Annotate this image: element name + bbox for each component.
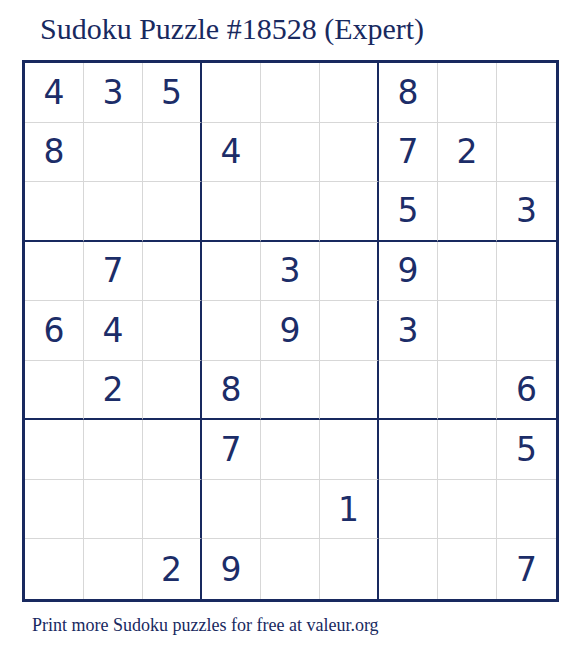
sudoku-cell-r1c9 xyxy=(497,63,556,123)
sudoku-cell-r4c3 xyxy=(143,242,202,302)
sudoku-cell-r5c7: 3 xyxy=(379,301,438,361)
sudoku-cell-r4c9 xyxy=(497,242,556,302)
sudoku-cell-r7c6 xyxy=(320,420,379,480)
sudoku-cell-r8c7 xyxy=(379,480,438,540)
sudoku-cell-r3c1 xyxy=(25,182,84,242)
sudoku-cell-r4c6 xyxy=(320,242,379,302)
sudoku-cell-r8c9 xyxy=(497,480,556,540)
sudoku-cell-r2c2 xyxy=(84,123,143,183)
sudoku-cell-r8c4 xyxy=(202,480,261,540)
given-digit: 7 xyxy=(103,254,124,287)
given-digit: 1 xyxy=(338,493,359,526)
sudoku-cell-r1c6 xyxy=(320,63,379,123)
given-digit: 9 xyxy=(221,553,242,586)
page-title: Sudoku Puzzle #18528 (Expert) xyxy=(40,12,424,46)
given-digit: 9 xyxy=(280,314,301,347)
given-digit: 4 xyxy=(44,76,65,109)
sudoku-cell-r6c4: 8 xyxy=(202,361,261,421)
given-digit: 8 xyxy=(44,135,65,168)
sudoku-cell-r1c8 xyxy=(438,63,497,123)
sudoku-cell-r3c4 xyxy=(202,182,261,242)
sudoku-cell-r4c2: 7 xyxy=(84,242,143,302)
sudoku-cell-r2c6 xyxy=(320,123,379,183)
sudoku-cell-r2c9 xyxy=(497,123,556,183)
sudoku-cell-r9c8 xyxy=(438,539,497,599)
sudoku-cell-r5c8 xyxy=(438,301,497,361)
given-digit: 4 xyxy=(221,135,242,168)
given-digit: 8 xyxy=(221,373,242,406)
sudoku-cell-r6c7 xyxy=(379,361,438,421)
sudoku-cell-r7c3 xyxy=(143,420,202,480)
sudoku-cell-r6c8 xyxy=(438,361,497,421)
sudoku-cell-r1c3: 5 xyxy=(143,63,202,123)
sudoku-cell-r3c8 xyxy=(438,182,497,242)
sudoku-cell-r3c2 xyxy=(84,182,143,242)
sudoku-cell-r5c3 xyxy=(143,301,202,361)
given-digit: 5 xyxy=(398,194,419,227)
sudoku-cell-r5c6 xyxy=(320,301,379,361)
given-digit: 2 xyxy=(103,373,124,406)
given-digit: 5 xyxy=(516,433,537,466)
sudoku-cell-r7c9: 5 xyxy=(497,420,556,480)
sudoku-cell-r7c1 xyxy=(25,420,84,480)
sudoku-cell-r1c1: 4 xyxy=(25,63,84,123)
sudoku-cell-r7c5 xyxy=(261,420,320,480)
given-digit: 3 xyxy=(103,76,124,109)
sudoku-cell-r2c4: 4 xyxy=(202,123,261,183)
sudoku-board: 43588472537396493286751297 xyxy=(22,60,559,602)
sudoku-cell-r9c2 xyxy=(84,539,143,599)
sudoku-cell-r5c9 xyxy=(497,301,556,361)
sudoku-cell-r3c5 xyxy=(261,182,320,242)
sudoku-cell-r6c3 xyxy=(143,361,202,421)
sudoku-cell-r4c4 xyxy=(202,242,261,302)
given-digit: 7 xyxy=(398,135,419,168)
sudoku-cell-r9c9: 7 xyxy=(497,539,556,599)
sudoku-cell-r6c2: 2 xyxy=(84,361,143,421)
sudoku-cell-r2c1: 8 xyxy=(25,123,84,183)
given-digit: 6 xyxy=(516,373,537,406)
given-digit: 4 xyxy=(103,314,124,347)
sudoku-cell-r4c7: 9 xyxy=(379,242,438,302)
given-digit: 2 xyxy=(457,135,478,168)
given-digit: 3 xyxy=(280,254,301,287)
given-digit: 8 xyxy=(398,76,419,109)
sudoku-cell-r8c5 xyxy=(261,480,320,540)
sudoku-cell-r5c2: 4 xyxy=(84,301,143,361)
sudoku-cell-r7c7 xyxy=(379,420,438,480)
sudoku-cell-r4c8 xyxy=(438,242,497,302)
sudoku-cell-r8c3 xyxy=(143,480,202,540)
sudoku-cell-r7c4: 7 xyxy=(202,420,261,480)
sudoku-cell-r4c1 xyxy=(25,242,84,302)
sudoku-cell-r2c5 xyxy=(261,123,320,183)
sudoku-cell-r4c5: 3 xyxy=(261,242,320,302)
sudoku-cell-r8c2 xyxy=(84,480,143,540)
sudoku-cell-r5c5: 9 xyxy=(261,301,320,361)
sudoku-cell-r3c9: 3 xyxy=(497,182,556,242)
sudoku-cell-r6c9: 6 xyxy=(497,361,556,421)
sudoku-cell-r9c1 xyxy=(25,539,84,599)
given-digit: 3 xyxy=(398,314,419,347)
sudoku-cell-r9c5 xyxy=(261,539,320,599)
sudoku-page: Sudoku Puzzle #18528 (Expert) 4358847253… xyxy=(0,0,580,651)
sudoku-cell-r5c4 xyxy=(202,301,261,361)
sudoku-cell-r8c1 xyxy=(25,480,84,540)
sudoku-cell-r2c3 xyxy=(143,123,202,183)
given-digit: 7 xyxy=(221,433,242,466)
sudoku-cell-r1c7: 8 xyxy=(379,63,438,123)
given-digit: 7 xyxy=(516,553,537,586)
sudoku-cell-r6c6 xyxy=(320,361,379,421)
sudoku-cell-r1c4 xyxy=(202,63,261,123)
given-digit: 9 xyxy=(398,254,419,287)
sudoku-cell-r8c8 xyxy=(438,480,497,540)
sudoku-cell-r9c7 xyxy=(379,539,438,599)
sudoku-cell-r7c2 xyxy=(84,420,143,480)
sudoku-cell-r6c1 xyxy=(25,361,84,421)
given-digit: 3 xyxy=(516,194,537,227)
sudoku-cell-r2c8: 2 xyxy=(438,123,497,183)
sudoku-cell-r9c6 xyxy=(320,539,379,599)
sudoku-cell-r1c5 xyxy=(261,63,320,123)
sudoku-cell-r5c1: 6 xyxy=(25,301,84,361)
sudoku-cell-r6c5 xyxy=(261,361,320,421)
given-digit: 2 xyxy=(161,553,182,586)
sudoku-cell-r2c7: 7 xyxy=(379,123,438,183)
sudoku-cell-r7c8 xyxy=(438,420,497,480)
sudoku-cell-r3c3 xyxy=(143,182,202,242)
sudoku-cell-r1c2: 3 xyxy=(84,63,143,123)
sudoku-cell-r9c3: 2 xyxy=(143,539,202,599)
sudoku-cell-r8c6: 1 xyxy=(320,480,379,540)
given-digit: 6 xyxy=(44,314,65,347)
given-digit: 5 xyxy=(161,76,182,109)
sudoku-cell-r3c6 xyxy=(320,182,379,242)
sudoku-cell-r9c4: 9 xyxy=(202,539,261,599)
footer-text: Print more Sudoku puzzles for free at va… xyxy=(32,615,379,636)
sudoku-cell-r3c7: 5 xyxy=(379,182,438,242)
